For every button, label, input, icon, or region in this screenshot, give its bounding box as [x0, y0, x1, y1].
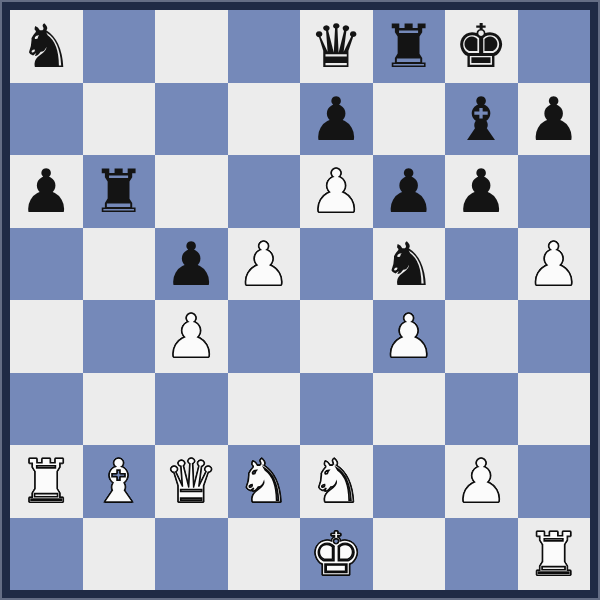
- piece-white-pawn[interactable]: ♟: [237, 228, 291, 300]
- square-c4[interactable]: ♟: [155, 300, 228, 373]
- piece-white-pawn[interactable]: ♟: [527, 228, 581, 300]
- square-a5[interactable]: [10, 228, 83, 301]
- square-e4[interactable]: [300, 300, 373, 373]
- square-h4[interactable]: [518, 300, 591, 373]
- piece-white-pawn[interactable]: ♟: [164, 300, 218, 372]
- square-g4[interactable]: [445, 300, 518, 373]
- square-f8[interactable]: ♜: [373, 10, 446, 83]
- square-a7[interactable]: [10, 83, 83, 156]
- square-h6[interactable]: [518, 155, 591, 228]
- square-b6[interactable]: ♜: [83, 155, 156, 228]
- square-e3[interactable]: [300, 373, 373, 446]
- piece-white-knight[interactable]: ♞: [309, 445, 363, 517]
- square-f3[interactable]: [373, 373, 446, 446]
- piece-black-pawn[interactable]: ♟: [164, 228, 218, 300]
- square-e1[interactable]: ♚: [300, 518, 373, 591]
- square-a8[interactable]: ♞: [10, 10, 83, 83]
- square-g2[interactable]: ♟: [445, 445, 518, 518]
- square-h7[interactable]: ♟: [518, 83, 591, 156]
- square-f7[interactable]: [373, 83, 446, 156]
- square-b7[interactable]: [83, 83, 156, 156]
- square-g6[interactable]: ♟: [445, 155, 518, 228]
- piece-black-pawn[interactable]: ♟: [309, 83, 363, 155]
- square-c2[interactable]: ♛: [155, 445, 228, 518]
- piece-white-bishop[interactable]: ♝: [92, 445, 146, 517]
- square-e8[interactable]: ♛: [300, 10, 373, 83]
- piece-black-king[interactable]: ♚: [454, 10, 508, 82]
- square-e7[interactable]: ♟: [300, 83, 373, 156]
- piece-black-bishop[interactable]: ♝: [454, 83, 508, 155]
- square-c3[interactable]: [155, 373, 228, 446]
- square-h3[interactable]: [518, 373, 591, 446]
- square-f2[interactable]: [373, 445, 446, 518]
- piece-black-rook[interactable]: ♜: [382, 10, 436, 82]
- piece-black-knight[interactable]: ♞: [19, 10, 73, 82]
- square-d6[interactable]: [228, 155, 301, 228]
- piece-white-knight[interactable]: ♞: [237, 445, 291, 517]
- square-d5[interactable]: ♟: [228, 228, 301, 301]
- square-d1[interactable]: [228, 518, 301, 591]
- square-f6[interactable]: ♟: [373, 155, 446, 228]
- square-f4[interactable]: ♟: [373, 300, 446, 373]
- square-g5[interactable]: [445, 228, 518, 301]
- square-b8[interactable]: [83, 10, 156, 83]
- square-e5[interactable]: [300, 228, 373, 301]
- piece-white-rook[interactable]: ♜: [19, 445, 73, 517]
- square-f5[interactable]: ♞: [373, 228, 446, 301]
- square-a6[interactable]: ♟: [10, 155, 83, 228]
- square-d2[interactable]: ♞: [228, 445, 301, 518]
- square-a4[interactable]: [10, 300, 83, 373]
- square-c5[interactable]: ♟: [155, 228, 228, 301]
- square-h1[interactable]: ♜: [518, 518, 591, 591]
- square-h8[interactable]: [518, 10, 591, 83]
- square-a1[interactable]: [10, 518, 83, 591]
- square-c8[interactable]: [155, 10, 228, 83]
- piece-black-rook[interactable]: ♜: [92, 155, 146, 227]
- square-d4[interactable]: [228, 300, 301, 373]
- chess-board: ♞♛♜♚♟♝♟♟♜♟♟♟♟♟♞♟♟♟♜♝♛♞♞♟♚♜: [10, 10, 590, 590]
- square-a2[interactable]: ♜: [10, 445, 83, 518]
- square-h5[interactable]: ♟: [518, 228, 591, 301]
- square-b3[interactable]: [83, 373, 156, 446]
- square-g1[interactable]: [445, 518, 518, 591]
- square-d7[interactable]: [228, 83, 301, 156]
- piece-white-king[interactable]: ♚: [309, 518, 363, 590]
- piece-white-pawn[interactable]: ♟: [454, 445, 508, 517]
- square-h2[interactable]: [518, 445, 591, 518]
- square-b5[interactable]: [83, 228, 156, 301]
- square-d8[interactable]: [228, 10, 301, 83]
- square-b4[interactable]: [83, 300, 156, 373]
- square-c7[interactable]: [155, 83, 228, 156]
- square-c6[interactable]: [155, 155, 228, 228]
- square-g3[interactable]: [445, 373, 518, 446]
- square-d3[interactable]: [228, 373, 301, 446]
- square-c1[interactable]: [155, 518, 228, 591]
- piece-black-knight[interactable]: ♞: [382, 228, 436, 300]
- square-e6[interactable]: ♟: [300, 155, 373, 228]
- piece-white-pawn[interactable]: ♟: [382, 300, 436, 372]
- piece-black-queen[interactable]: ♛: [309, 10, 363, 82]
- piece-white-rook[interactable]: ♜: [527, 518, 581, 590]
- square-f1[interactable]: [373, 518, 446, 591]
- square-b1[interactable]: [83, 518, 156, 591]
- square-a3[interactable]: [10, 373, 83, 446]
- square-g7[interactable]: ♝: [445, 83, 518, 156]
- square-e2[interactable]: ♞: [300, 445, 373, 518]
- piece-black-pawn[interactable]: ♟: [19, 155, 73, 227]
- chess-board-frame: ♞♛♜♚♟♝♟♟♜♟♟♟♟♟♞♟♟♟♜♝♛♞♞♟♚♜: [0, 0, 600, 600]
- piece-white-queen[interactable]: ♛: [164, 445, 218, 517]
- square-b2[interactable]: ♝: [83, 445, 156, 518]
- piece-white-pawn[interactable]: ♟: [309, 155, 363, 227]
- piece-black-pawn[interactable]: ♟: [382, 155, 436, 227]
- piece-black-pawn[interactable]: ♟: [527, 83, 581, 155]
- square-g8[interactable]: ♚: [445, 10, 518, 83]
- piece-black-pawn[interactable]: ♟: [454, 155, 508, 227]
